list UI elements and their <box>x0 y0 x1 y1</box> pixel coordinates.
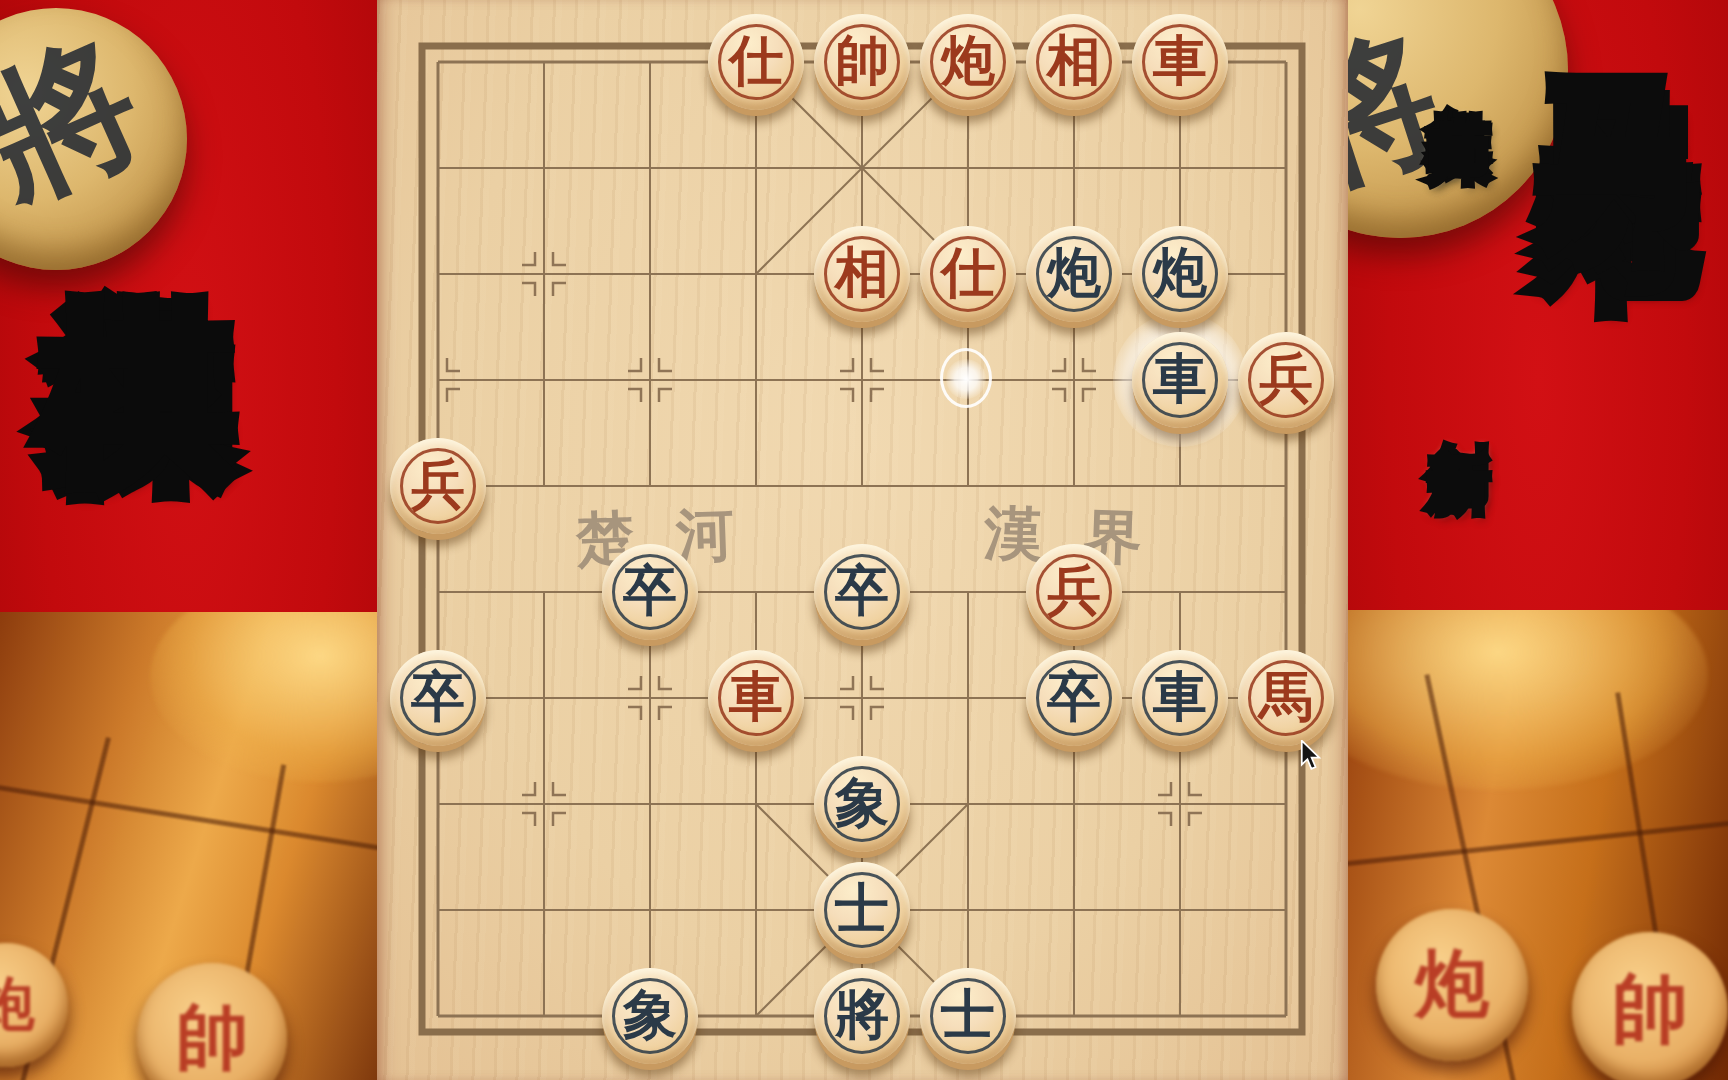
board-point-6-0[interactable]: 相 <box>1021 9 1127 115</box>
photo-piece-cannon: 炮 <box>1376 909 1528 1061</box>
board-point-8-3[interactable]: 兵 <box>1233 327 1339 433</box>
left-banner: 將 大神象棋 大神象棋 炮 帥 <box>0 0 377 1080</box>
red-piece-兵[interactable]: 兵 <box>390 438 486 534</box>
decor-piece-photo-left: 將 <box>0 8 187 270</box>
board-point-7-0[interactable]: 車 <box>1127 9 1233 115</box>
piece-glyph: 車 <box>1153 34 1207 88</box>
piece-glyph: 相 <box>1047 34 1101 88</box>
piece-glyph: 相 <box>835 246 889 300</box>
black-piece-炮[interactable]: 炮 <box>1132 226 1228 322</box>
photo-board-line <box>0 781 377 858</box>
board-point-6-6[interactable]: 卒 <box>1021 645 1127 751</box>
board-point-7-2[interactable]: 炮 <box>1127 221 1233 327</box>
red-piece-炮[interactable]: 炮 <box>920 14 1016 110</box>
decor-piece-photo-right: 將 <box>1348 0 1568 238</box>
black-piece-將[interactable]: 將 <box>814 968 910 1064</box>
red-piece-帥[interactable]: 帥 <box>814 14 910 110</box>
right-photo-strip: 炮 帥 <box>1348 610 1728 1080</box>
decor-piece-glyph: 將 <box>1348 0 1465 234</box>
piece-glyph: 炮 <box>1153 246 1207 300</box>
right-banner: 將 象棋大师 象棋大师 创新 创新 中炮对屏风马 中炮对屏风马 炮 帥 <box>1348 0 1728 1080</box>
piece-glyph: 車 <box>1153 352 1207 406</box>
photo-piece-general: 帥 <box>1572 932 1728 1080</box>
right-subtitle: 象棋大师 <box>1426 56 1490 80</box>
board-point-4-2[interactable]: 相 <box>809 221 915 327</box>
black-piece-車[interactable]: 車 <box>1132 332 1228 428</box>
board-grid[interactable]: 仕帥炮相車相仕炮炮車兵兵卒卒兵卒車卒車馬象士象將士 <box>385 9 1339 1069</box>
board-point-2-5[interactable]: 卒 <box>597 539 703 645</box>
mouse-cursor <box>1300 740 1322 772</box>
board-point-0-6[interactable]: 卒 <box>385 645 491 751</box>
decor-piece-glyph: 將 <box>0 0 172 246</box>
red-piece-兵[interactable]: 兵 <box>1238 332 1334 428</box>
piece-glyph: 象 <box>835 776 889 830</box>
black-piece-車[interactable]: 車 <box>1132 650 1228 746</box>
piece-glyph: 帥 <box>835 34 889 88</box>
piece-glyph: 仕 <box>941 246 995 300</box>
board-point-7-3[interactable]: 車 <box>1127 327 1233 433</box>
piece-glyph: 卒 <box>835 564 889 618</box>
board-point-5-0[interactable]: 炮 <box>915 9 1021 115</box>
piece-glyph: 仕 <box>729 34 783 88</box>
black-piece-炮[interactable]: 炮 <box>1026 226 1122 322</box>
black-piece-士[interactable]: 士 <box>814 862 910 958</box>
red-piece-車[interactable]: 車 <box>1132 14 1228 110</box>
piece-glyph: 將 <box>835 988 889 1042</box>
board-point-5-9[interactable]: 士 <box>915 963 1021 1069</box>
photo-board-line <box>1348 817 1728 868</box>
piece-glyph: 卒 <box>411 670 465 724</box>
piece-glyph: 卒 <box>1047 670 1101 724</box>
left-photo-strip: 炮 帥 <box>0 612 377 1080</box>
board-point-5-2[interactable]: 仕 <box>915 221 1021 327</box>
piece-glyph: 卒 <box>623 564 677 618</box>
piece-glyph: 兵 <box>1047 564 1101 618</box>
red-piece-相[interactable]: 相 <box>814 226 910 322</box>
piece-glyph: 士 <box>941 988 995 1042</box>
piece-glyph: 馬 <box>1259 670 1313 724</box>
photo-piece-general: 帥 <box>137 963 287 1080</box>
black-piece-象[interactable]: 象 <box>602 968 698 1064</box>
piece-glyph: 車 <box>729 670 783 724</box>
black-piece-卒[interactable]: 卒 <box>814 544 910 640</box>
board-point-4-7[interactable]: 象 <box>809 751 915 857</box>
right-tagline: 创新 <box>1426 392 1490 400</box>
piece-glyph: 士 <box>835 882 889 936</box>
piece-glyph: 車 <box>1153 670 1207 724</box>
gold-fabric <box>150 612 377 782</box>
red-piece-兵[interactable]: 兵 <box>1026 544 1122 640</box>
red-piece-車[interactable]: 車 <box>708 650 804 746</box>
black-piece-士[interactable]: 士 <box>920 968 1016 1064</box>
black-piece-卒[interactable]: 卒 <box>602 544 698 640</box>
piece-glyph: 兵 <box>411 458 465 512</box>
red-piece-仕[interactable]: 仕 <box>708 14 804 110</box>
piece-glyph: 炮 <box>941 34 995 88</box>
board-point-4-5[interactable]: 卒 <box>809 539 915 645</box>
board-point-8-6[interactable]: 馬 <box>1233 645 1339 751</box>
board-point-4-9[interactable]: 將 <box>809 963 915 1069</box>
board-point-7-6[interactable]: 車 <box>1127 645 1233 751</box>
screenshot-stage: 將 大神象棋 大神象棋 炮 帥 楚河 漢界 仕帥炮相車相仕炮炮車兵兵卒卒兵卒車卒… <box>0 0 1728 1080</box>
piece-glyph: 兵 <box>1259 352 1313 406</box>
board-point-4-0[interactable]: 帥 <box>809 9 915 115</box>
gold-fabric <box>1348 610 1708 790</box>
black-piece-卒[interactable]: 卒 <box>1026 650 1122 746</box>
red-piece-馬[interactable]: 馬 <box>1238 650 1334 746</box>
xiangqi-board[interactable]: 楚河 漢界 仕帥炮相車相仕炮炮車兵兵卒卒兵卒車卒車馬象士象將士 <box>377 0 1348 1080</box>
red-piece-仕[interactable]: 仕 <box>920 226 1016 322</box>
black-piece-卒[interactable]: 卒 <box>390 650 486 746</box>
red-piece-相[interactable]: 相 <box>1026 14 1122 110</box>
board-point-2-9[interactable]: 象 <box>597 963 703 1069</box>
board-point-6-5[interactable]: 兵 <box>1021 539 1127 645</box>
board-point-6-2[interactable]: 炮 <box>1021 221 1127 327</box>
piece-glyph: 炮 <box>1047 246 1101 300</box>
photo-piece-cannon: 炮 <box>0 943 68 1067</box>
board-point-0-4[interactable]: 兵 <box>385 433 491 539</box>
board-point-4-8[interactable]: 士 <box>809 857 915 963</box>
piece-glyph: 象 <box>623 988 677 1042</box>
board-point-3-0[interactable]: 仕 <box>703 9 809 115</box>
black-piece-象[interactable]: 象 <box>814 756 910 852</box>
board-point-3-6[interactable]: 車 <box>703 645 809 751</box>
